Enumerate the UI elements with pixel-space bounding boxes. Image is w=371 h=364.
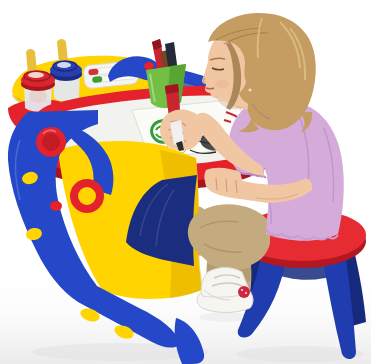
product-photo xyxy=(0,0,371,364)
patch-dot-1 xyxy=(241,289,243,291)
adjustment-knob xyxy=(36,127,66,157)
clamp-red-dot xyxy=(144,62,154,70)
earring xyxy=(249,89,252,92)
frame-red-dot xyxy=(50,201,62,211)
red-pot-paint-tint xyxy=(29,89,47,103)
cheek-blush xyxy=(215,80,229,88)
knob-inner xyxy=(42,133,60,151)
patch-dot-2 xyxy=(245,292,247,294)
blue-pot-opening xyxy=(57,62,71,68)
shoe-red-patch xyxy=(238,286,250,298)
mouth xyxy=(206,88,214,89)
paint-pot-blue xyxy=(50,61,82,102)
scene-illustration xyxy=(0,0,371,364)
red-pot-opening xyxy=(28,72,44,78)
